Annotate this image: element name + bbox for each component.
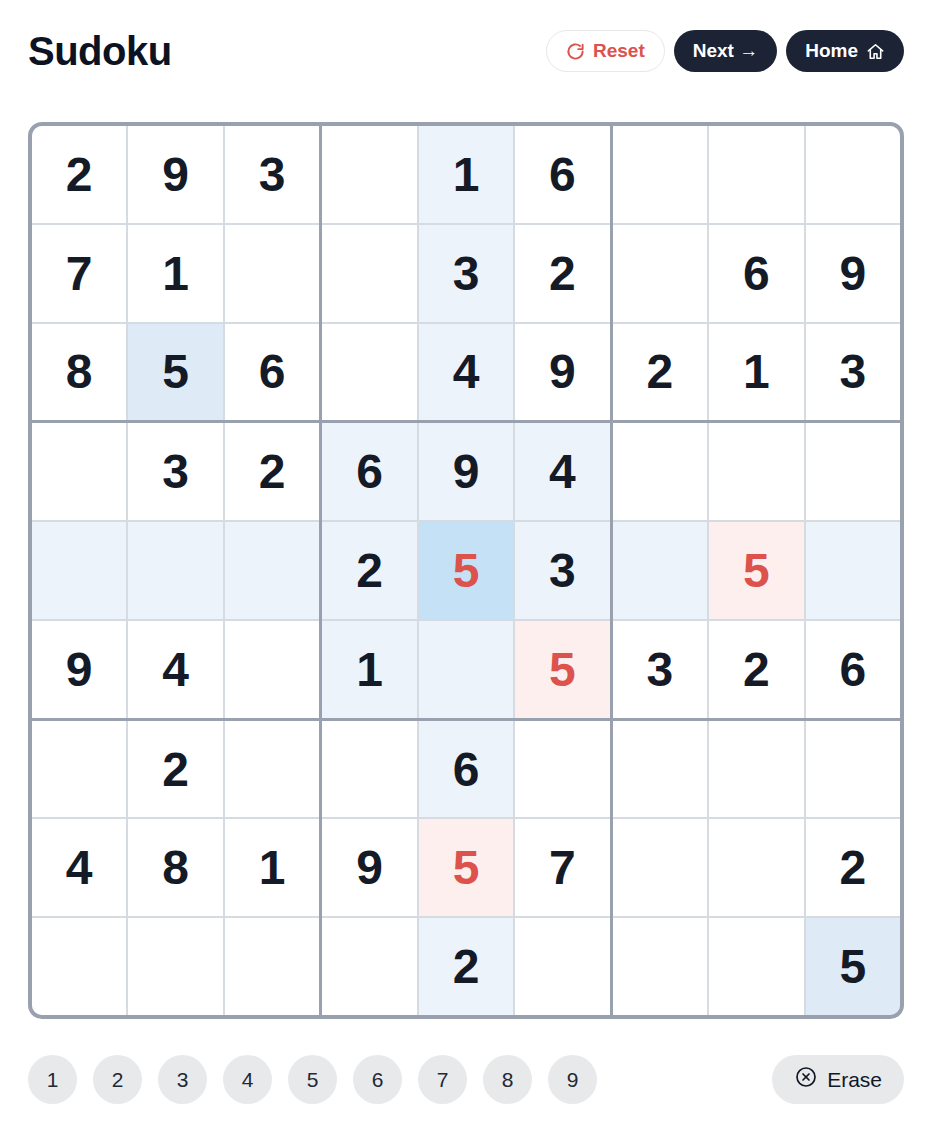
erase-button[interactable]: Erase: [772, 1055, 904, 1104]
box-5: 69425315: [322, 423, 609, 717]
sudoku-board: 2937185616324969213329469425315532624816…: [28, 122, 904, 1019]
erase-button-label: Erase: [827, 1068, 882, 1092]
cell-r9c7[interactable]: [613, 918, 707, 1015]
cell-r1c7[interactable]: [613, 126, 707, 223]
cell-r7c3[interactable]: [225, 721, 319, 818]
cell-r5c7[interactable]: [613, 522, 707, 619]
cell-r3c6[interactable]: 9: [515, 324, 609, 421]
cell-r8c1[interactable]: 4: [32, 819, 126, 916]
numpad-key-9[interactable]: 9: [548, 1055, 597, 1104]
cell-r2c3[interactable]: [225, 225, 319, 322]
cell-r4c4[interactable]: 6: [322, 423, 416, 520]
cell-r8c4[interactable]: 9: [322, 819, 416, 916]
cell-r1c1[interactable]: 2: [32, 126, 126, 223]
box-2: 163249: [322, 126, 609, 420]
cell-r3c2[interactable]: 5: [128, 324, 222, 421]
cell-r3c4[interactable]: [322, 324, 416, 421]
cell-r1c2[interactable]: 9: [128, 126, 222, 223]
cell-r8c6[interactable]: 7: [515, 819, 609, 916]
cell-r3c8[interactable]: 1: [709, 324, 803, 421]
box-8: 69572: [322, 721, 609, 1015]
reset-button-label: Reset: [593, 40, 645, 62]
cell-r4c6[interactable]: 4: [515, 423, 609, 520]
box-3: 69213: [613, 126, 900, 420]
cell-r9c5[interactable]: 2: [419, 918, 513, 1015]
cell-r4c8[interactable]: [709, 423, 803, 520]
cell-r7c9[interactable]: [806, 721, 900, 818]
cell-r7c1[interactable]: [32, 721, 126, 818]
cell-r6c3[interactable]: [225, 621, 319, 718]
cell-r9c1[interactable]: [32, 918, 126, 1015]
numpad-key-4[interactable]: 4: [223, 1055, 272, 1104]
cell-r7c7[interactable]: [613, 721, 707, 818]
cell-r2c9[interactable]: 9: [806, 225, 900, 322]
cell-r2c6[interactable]: 2: [515, 225, 609, 322]
box-1: 29371856: [32, 126, 319, 420]
cell-r5c8[interactable]: 5: [709, 522, 803, 619]
next-button[interactable]: Next →: [674, 30, 777, 72]
cell-r9c6[interactable]: [515, 918, 609, 1015]
cell-r5c2[interactable]: [128, 522, 222, 619]
numpad: 123456789 Erase: [28, 1055, 904, 1104]
header-buttons: Reset Next → Home: [546, 30, 904, 72]
cell-r5c5[interactable]: 5: [419, 522, 513, 619]
cell-r3c1[interactable]: 8: [32, 324, 126, 421]
cell-r5c3[interactable]: [225, 522, 319, 619]
cell-r4c7[interactable]: [613, 423, 707, 520]
cell-r8c5[interactable]: 5: [419, 819, 513, 916]
cell-r4c2[interactable]: 3: [128, 423, 222, 520]
cell-r7c8[interactable]: [709, 721, 803, 818]
cell-r4c5[interactable]: 9: [419, 423, 513, 520]
cell-r1c4[interactable]: [322, 126, 416, 223]
refresh-icon: [566, 42, 585, 61]
cell-r1c6[interactable]: 6: [515, 126, 609, 223]
numpad-key-8[interactable]: 8: [483, 1055, 532, 1104]
cell-r7c2[interactable]: 2: [128, 721, 222, 818]
numpad-key-7[interactable]: 7: [418, 1055, 467, 1104]
cell-r2c2[interactable]: 1: [128, 225, 222, 322]
cell-r6c8[interactable]: 2: [709, 621, 803, 718]
cell-r2c7[interactable]: [613, 225, 707, 322]
numpad-key-2[interactable]: 2: [93, 1055, 142, 1104]
cell-r1c5[interactable]: 1: [419, 126, 513, 223]
cell-r3c7[interactable]: 2: [613, 324, 707, 421]
next-button-label: Next →: [693, 40, 758, 62]
cell-r5c1[interactable]: [32, 522, 126, 619]
cell-r6c5[interactable]: [419, 621, 513, 718]
cell-r6c9[interactable]: 6: [806, 621, 900, 718]
box-7: 2481: [32, 721, 319, 1015]
cell-r6c6[interactable]: 5: [515, 621, 609, 718]
numpad-key-6[interactable]: 6: [353, 1055, 402, 1104]
cell-r7c4[interactable]: [322, 721, 416, 818]
cell-r1c9[interactable]: [806, 126, 900, 223]
header: Sudoku Reset Next → Home: [28, 28, 904, 74]
cell-r3c3[interactable]: 6: [225, 324, 319, 421]
cell-r1c3[interactable]: 3: [225, 126, 319, 223]
cell-r6c1[interactable]: 9: [32, 621, 126, 718]
cell-r4c9[interactable]: [806, 423, 900, 520]
cell-r2c8[interactable]: 6: [709, 225, 803, 322]
cell-r3c9[interactable]: 3: [806, 324, 900, 421]
cell-r6c4[interactable]: 1: [322, 621, 416, 718]
circled-x-icon: [794, 1065, 818, 1094]
cell-r6c2[interactable]: 4: [128, 621, 222, 718]
box-6: 5326: [613, 423, 900, 717]
cell-r5c4[interactable]: 2: [322, 522, 416, 619]
cell-r7c6[interactable]: [515, 721, 609, 818]
cell-r8c3[interactable]: 1: [225, 819, 319, 916]
cell-r4c1[interactable]: [32, 423, 126, 520]
cell-r9c4[interactable]: [322, 918, 416, 1015]
home-button[interactable]: Home: [786, 30, 904, 72]
cell-r8c2[interactable]: 8: [128, 819, 222, 916]
cell-r4c3[interactable]: 2: [225, 423, 319, 520]
cell-r9c3[interactable]: [225, 918, 319, 1015]
home-button-label: Home: [805, 40, 858, 62]
cell-r9c2[interactable]: [128, 918, 222, 1015]
cell-r6c7[interactable]: 3: [613, 621, 707, 718]
numpad-key-1[interactable]: 1: [28, 1055, 77, 1104]
cell-r5c6[interactable]: 3: [515, 522, 609, 619]
cell-r3c5[interactable]: 4: [419, 324, 513, 421]
box-9: 25: [613, 721, 900, 1015]
reset-button[interactable]: Reset: [546, 30, 665, 72]
cell-r7c5[interactable]: 6: [419, 721, 513, 818]
numpad-key-3[interactable]: 3: [158, 1055, 207, 1104]
home-icon: [866, 42, 885, 61]
cell-r2c5[interactable]: 3: [419, 225, 513, 322]
cell-r8c9[interactable]: 2: [806, 819, 900, 916]
cell-r9c9[interactable]: 5: [806, 918, 900, 1015]
numpad-key-5[interactable]: 5: [288, 1055, 337, 1104]
cell-r2c4[interactable]: [322, 225, 416, 322]
cell-r5c9[interactable]: [806, 522, 900, 619]
cell-r8c8[interactable]: [709, 819, 803, 916]
page-title: Sudoku: [28, 29, 172, 74]
cell-r2c1[interactable]: 7: [32, 225, 126, 322]
box-4: 3294: [32, 423, 319, 717]
cell-r1c8[interactable]: [709, 126, 803, 223]
cell-r9c8[interactable]: [709, 918, 803, 1015]
cell-r8c7[interactable]: [613, 819, 707, 916]
